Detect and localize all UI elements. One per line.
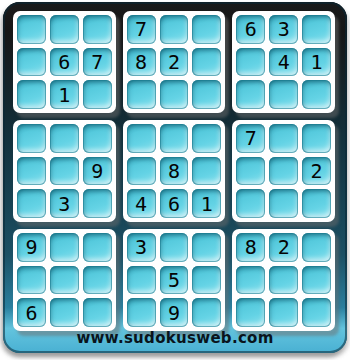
cell-r8c8[interactable] — [269, 266, 298, 295]
cell-r2c5[interactable]: 2 — [160, 48, 189, 77]
cell-r3c7[interactable] — [236, 80, 265, 109]
cell-r4c8[interactable] — [269, 124, 298, 153]
cell-r9c3[interactable] — [83, 298, 112, 327]
cell-r7c6[interactable] — [192, 233, 221, 262]
cell-r6c8[interactable] — [269, 189, 298, 218]
block-r1c1: 671 — [13, 11, 116, 113]
cell-r9c4[interactable] — [127, 298, 156, 327]
cell-r3c9[interactable] — [302, 80, 331, 109]
cell-r8c7[interactable] — [236, 266, 265, 295]
cell-r1c5[interactable] — [160, 15, 189, 44]
cell-r6c7[interactable] — [236, 189, 265, 218]
cell-r4c5[interactable] — [160, 124, 189, 153]
cell-r4c1[interactable] — [17, 124, 46, 153]
cell-r1c4[interactable]: 7 — [127, 15, 156, 44]
block-r2c1: 93 — [13, 120, 116, 222]
cell-r3c5[interactable] — [160, 80, 189, 109]
cell-r2c9[interactable]: 1 — [302, 48, 331, 77]
cell-r7c2[interactable] — [50, 233, 79, 262]
cell-r3c4[interactable] — [127, 80, 156, 109]
cell-r2c6[interactable] — [192, 48, 221, 77]
cell-r5c6[interactable] — [192, 157, 221, 186]
block-r3c3: 82 — [232, 229, 335, 331]
cell-r6c1[interactable] — [17, 189, 46, 218]
cell-r7c3[interactable] — [83, 233, 112, 262]
cell-r8c1[interactable] — [17, 266, 46, 295]
cell-r1c1[interactable] — [17, 15, 46, 44]
cell-r4c7[interactable]: 7 — [236, 124, 265, 153]
cell-r4c3[interactable] — [83, 124, 112, 153]
cell-r9c5[interactable]: 9 — [160, 298, 189, 327]
cell-r4c2[interactable] — [50, 124, 79, 153]
cell-r1c8[interactable]: 3 — [269, 15, 298, 44]
cell-r3c8[interactable] — [269, 80, 298, 109]
cell-r4c6[interactable] — [192, 124, 221, 153]
sudoku-board: 6717826341938461729635982 — [13, 11, 335, 331]
website-url[interactable]: www.sudokusweb.com — [3, 328, 347, 348]
cell-r2c4[interactable]: 8 — [127, 48, 156, 77]
cell-r3c6[interactable] — [192, 80, 221, 109]
block-r3c2: 359 — [123, 229, 226, 331]
cell-r8c9[interactable] — [302, 266, 331, 295]
cell-r2c1[interactable] — [17, 48, 46, 77]
cell-r5c5[interactable]: 8 — [160, 157, 189, 186]
cell-r5c3[interactable]: 9 — [83, 157, 112, 186]
block-r2c3: 72 — [232, 120, 335, 222]
cell-r6c3[interactable] — [83, 189, 112, 218]
cell-r8c5[interactable]: 5 — [160, 266, 189, 295]
cell-r7c7[interactable]: 8 — [236, 233, 265, 262]
cell-r3c2[interactable]: 1 — [50, 80, 79, 109]
block-r1c2: 782 — [123, 11, 226, 113]
block-r1c3: 6341 — [232, 11, 335, 113]
cell-r6c5[interactable]: 6 — [160, 189, 189, 218]
cell-r7c9[interactable] — [302, 233, 331, 262]
cell-r7c4[interactable]: 3 — [127, 233, 156, 262]
cell-r7c8[interactable]: 2 — [269, 233, 298, 262]
cell-r5c9[interactable]: 2 — [302, 157, 331, 186]
cell-r9c8[interactable] — [269, 298, 298, 327]
cell-r5c2[interactable] — [50, 157, 79, 186]
cell-r4c9[interactable] — [302, 124, 331, 153]
cell-r8c6[interactable] — [192, 266, 221, 295]
cell-r6c6[interactable]: 1 — [192, 189, 221, 218]
cell-r7c1[interactable]: 9 — [17, 233, 46, 262]
cell-r9c7[interactable] — [236, 298, 265, 327]
cell-r6c9[interactable] — [302, 189, 331, 218]
sudoku-page: 6717826341938461729635982 www.sudokusweb… — [0, 0, 350, 360]
cell-r1c6[interactable] — [192, 15, 221, 44]
cell-r1c7[interactable]: 6 — [236, 15, 265, 44]
cell-r9c2[interactable] — [50, 298, 79, 327]
cell-r2c2[interactable]: 6 — [50, 48, 79, 77]
cell-r8c4[interactable] — [127, 266, 156, 295]
cell-r2c8[interactable]: 4 — [269, 48, 298, 77]
cell-r8c3[interactable] — [83, 266, 112, 295]
cell-r5c7[interactable] — [236, 157, 265, 186]
cell-r3c1[interactable] — [17, 80, 46, 109]
cell-r5c4[interactable] — [127, 157, 156, 186]
cell-r4c4[interactable] — [127, 124, 156, 153]
cell-r1c9[interactable] — [302, 15, 331, 44]
cell-r6c2[interactable]: 3 — [50, 189, 79, 218]
board-frame: 6717826341938461729635982 www.sudokusweb… — [3, 2, 347, 353]
cell-r1c3[interactable] — [83, 15, 112, 44]
block-r2c2: 8461 — [123, 120, 226, 222]
cell-r2c3[interactable]: 7 — [83, 48, 112, 77]
cell-r9c9[interactable] — [302, 298, 331, 327]
cell-r9c1[interactable]: 6 — [17, 298, 46, 327]
block-r3c1: 96 — [13, 229, 116, 331]
cell-r7c5[interactable] — [160, 233, 189, 262]
cell-r2c7[interactable] — [236, 48, 265, 77]
cell-r6c4[interactable]: 4 — [127, 189, 156, 218]
cell-r5c8[interactable] — [269, 157, 298, 186]
cell-r3c3[interactable] — [83, 80, 112, 109]
cell-r8c2[interactable] — [50, 266, 79, 295]
cell-r5c1[interactable] — [17, 157, 46, 186]
cell-r9c6[interactable] — [192, 298, 221, 327]
cell-r1c2[interactable] — [50, 15, 79, 44]
